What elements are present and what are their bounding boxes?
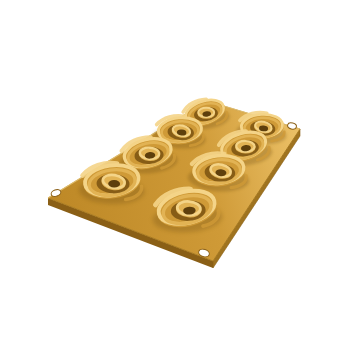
mold-illustration [0, 0, 350, 350]
product-photo [0, 0, 350, 350]
silicone-mold [48, 94, 300, 268]
